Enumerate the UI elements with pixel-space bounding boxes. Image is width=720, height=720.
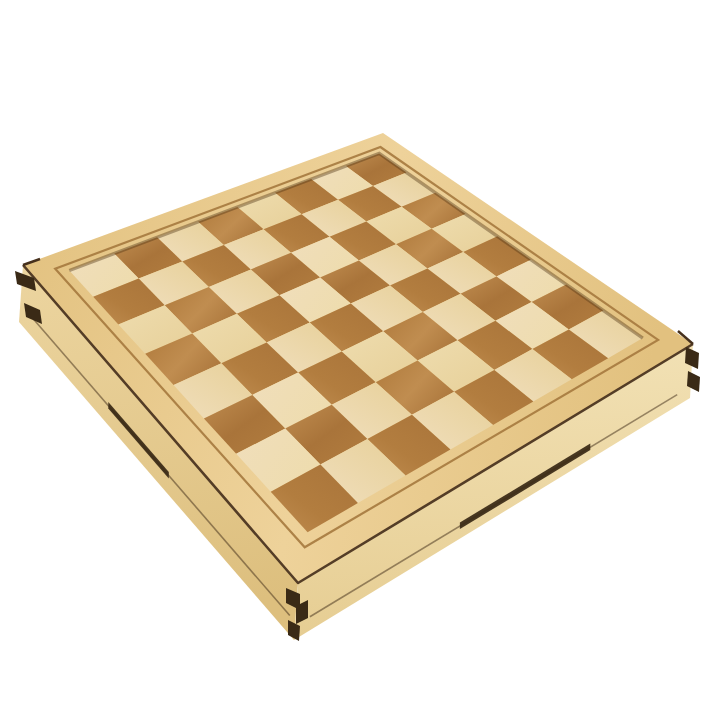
product-photo [0,0,720,720]
chessboard-box-photo [0,0,720,720]
